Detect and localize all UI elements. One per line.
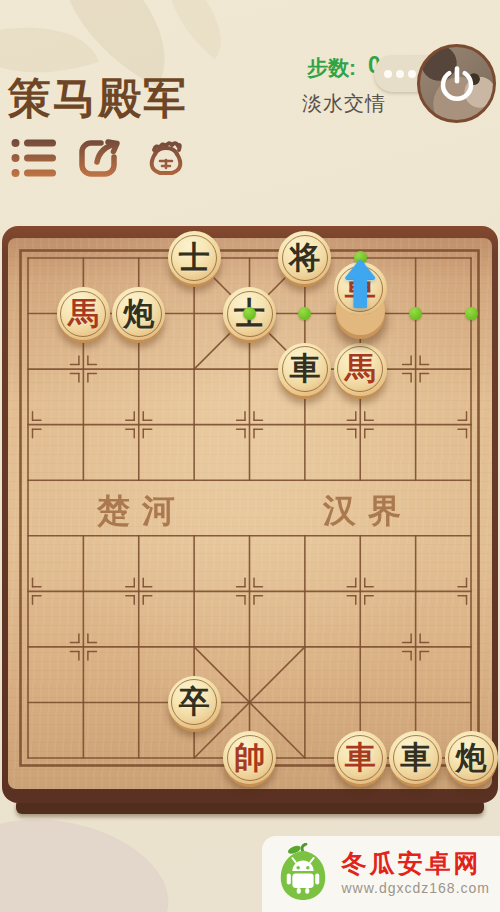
- watermark-site-name: 冬瓜安卓网: [341, 850, 490, 878]
- piece-black-車[interactable]: 車: [278, 343, 331, 396]
- piece-character: 炮: [123, 293, 154, 335]
- piece-character: 帥: [234, 737, 265, 779]
- piece-red-馬[interactable]: 馬: [334, 343, 387, 396]
- piece-red-車[interactable]: 車: [334, 731, 387, 784]
- piece-character: 馬: [68, 293, 99, 335]
- piece-character: 車: [289, 348, 320, 390]
- piece-black-車[interactable]: 車: [389, 731, 442, 784]
- board-intersections: 士将馬炮士車車馬卒帥車車炮: [0, 230, 498, 785]
- share-button[interactable]: [76, 134, 124, 182]
- game-screen: 策马殿军: [0, 0, 500, 912]
- share-icon: [76, 134, 124, 182]
- piece-character: 車: [345, 737, 376, 779]
- piece-black-炮[interactable]: 炮: [112, 287, 165, 340]
- more-menu-icon: [384, 70, 392, 78]
- more-menu-icon: [408, 70, 416, 78]
- reward-bag-button[interactable]: [142, 134, 190, 182]
- piece-character: 車: [400, 737, 431, 779]
- move-hint-dot[interactable]: [465, 307, 478, 320]
- piece-character: 士: [179, 237, 210, 279]
- avatar-power-button[interactable]: [417, 44, 496, 123]
- move-hint-dot[interactable]: [298, 307, 311, 320]
- piece-black-士[interactable]: 士: [168, 231, 221, 284]
- piece-character: 車: [345, 268, 376, 310]
- level-title: 策马殿军: [8, 70, 188, 128]
- piece-black-炮[interactable]: 炮: [445, 731, 498, 784]
- piece-character: 馬: [345, 348, 376, 390]
- steps-label: 步数:: [307, 54, 356, 82]
- move-hint-dot[interactable]: [243, 307, 256, 320]
- piece-character: 炮: [456, 737, 487, 779]
- power-icon: [436, 63, 478, 105]
- piece-black-卒[interactable]: 卒: [168, 676, 221, 729]
- watermark-site-url: www.dgxcdz168.com: [341, 880, 490, 896]
- piece-black-将[interactable]: 将: [278, 231, 331, 284]
- more-menu-icon: [396, 70, 404, 78]
- toolbar: [10, 134, 190, 182]
- player-name: 淡水交情: [302, 90, 386, 117]
- piece-character: 卒: [179, 681, 210, 723]
- piece-red-馬[interactable]: 馬: [57, 287, 110, 340]
- watermark: 冬瓜安卓网 www.dgxcdz168.com: [262, 836, 500, 912]
- moves-list-button[interactable]: [10, 134, 58, 182]
- move-hint-dot[interactable]: [409, 307, 422, 320]
- android-mascot-icon: [274, 843, 332, 903]
- reward-bag-icon: [142, 134, 190, 182]
- moves-list-icon: [10, 134, 58, 182]
- corner-decoration: [0, 801, 181, 912]
- piece-character: 将: [289, 237, 320, 279]
- piece-red-車[interactable]: 車: [334, 262, 387, 315]
- piece-red-帥[interactable]: 帥: [223, 731, 276, 784]
